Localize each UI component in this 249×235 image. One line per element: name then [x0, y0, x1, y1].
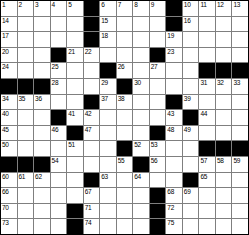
clue-number: 53 [151, 141, 158, 148]
cell-r12c11[interactable] [166, 173, 182, 188]
clue-number: 14 [2, 17, 9, 24]
cell-r1c3[interactable]: 3 [34, 1, 50, 16]
cell-r1c13[interactable]: 11 [199, 1, 215, 16]
clue-number: 4 [52, 1, 55, 8]
cell-r2c9[interactable] [133, 17, 149, 32]
cell-r4c6[interactable]: 22 [84, 48, 100, 63]
cell-r13c15[interactable] [232, 188, 248, 203]
cell-r1c4[interactable]: 4 [51, 1, 67, 16]
black-cell-r9c10 [150, 126, 166, 141]
cell-r14c14[interactable] [216, 204, 232, 219]
black-cell-r5c7 [100, 63, 116, 78]
clue-number: 29 [101, 79, 108, 86]
clue-number: 1 [2, 1, 5, 8]
clue-number: 18 [101, 32, 108, 39]
cell-r6c15[interactable]: 33 [232, 79, 248, 94]
cell-r1c15[interactable]: 13 [232, 1, 248, 16]
cell-r12c7[interactable]: 63 [100, 173, 116, 188]
clue-number: 22 [85, 48, 92, 55]
cell-r8c14[interactable] [216, 110, 232, 125]
cell-r6c6[interactable] [84, 79, 100, 94]
cell-r5c4[interactable]: 25 [51, 63, 67, 78]
cell-r14c1[interactable]: 70 [1, 204, 17, 219]
cell-r8c9[interactable] [133, 110, 149, 125]
cell-r9c6[interactable]: 47 [84, 126, 100, 141]
cell-r15c4[interactable] [51, 219, 67, 234]
clue-number: 45 [2, 126, 9, 133]
clue-number: 72 [167, 204, 174, 211]
clue-number: 58 [217, 157, 224, 164]
black-cell-r3c6 [84, 32, 100, 47]
black-cell-r2c6 [84, 17, 100, 32]
crossword-grid: 1234567891011121314151617181920212223242… [0, 0, 249, 235]
black-cell-r5c14 [216, 63, 232, 78]
cell-r3c4[interactable] [51, 32, 67, 47]
clue-number: 68 [167, 188, 174, 195]
cell-r9c13[interactable] [199, 126, 215, 141]
cell-r11c14[interactable]: 58 [216, 157, 232, 172]
clue-number: 16 [184, 17, 191, 24]
cell-r7c12[interactable]: 39 [183, 95, 199, 110]
cell-r6c14[interactable]: 32 [216, 79, 232, 94]
black-cell-r6c1 [1, 79, 17, 94]
clue-number: 26 [118, 63, 125, 70]
cell-r12c4[interactable] [51, 173, 67, 188]
clue-number: 32 [217, 79, 224, 86]
cell-r3c3[interactable] [34, 32, 50, 47]
clue-number: 69 [184, 188, 191, 195]
cell-r6c9[interactable]: 30 [133, 79, 149, 94]
cell-r14c7[interactable] [100, 204, 116, 219]
cell-r13c1[interactable]: 66 [1, 188, 17, 203]
clue-number: 20 [2, 48, 9, 55]
cell-r3c15[interactable] [232, 32, 248, 47]
cell-r4c3[interactable] [34, 48, 50, 63]
cell-r12c5[interactable] [67, 173, 83, 188]
cell-r1c8[interactable]: 7 [117, 1, 133, 16]
cell-r1c12[interactable]: 10 [183, 1, 199, 16]
cell-r8c8[interactable] [117, 110, 133, 125]
black-cell-r15c5 [67, 219, 83, 234]
cell-r8c15[interactable] [232, 110, 248, 125]
clue-number: 51 [68, 141, 75, 148]
clue-number: 74 [85, 219, 92, 226]
cell-r10c11[interactable] [166, 141, 182, 156]
cell-r13c6[interactable]: 67 [84, 188, 100, 203]
cell-r8c3[interactable] [34, 110, 50, 125]
clue-number: 71 [85, 204, 92, 211]
cell-r15c2[interactable] [18, 219, 34, 234]
cell-r4c7[interactable] [100, 48, 116, 63]
clue-number: 8 [134, 1, 137, 8]
cell-r3c12[interactable] [183, 32, 199, 47]
cell-r2c7[interactable]: 15 [100, 17, 116, 32]
clue-number: 56 [151, 157, 158, 164]
cell-r2c2[interactable] [18, 17, 34, 32]
cell-r3c14[interactable] [216, 32, 232, 47]
cell-r1c2[interactable]: 2 [18, 1, 34, 16]
cell-r4c15[interactable] [232, 48, 248, 63]
black-cell-r8c4 [51, 110, 67, 125]
cell-r7c13[interactable] [199, 95, 215, 110]
black-cell-r7c6 [84, 95, 100, 110]
cell-r14c8[interactable] [117, 204, 133, 219]
cell-r9c12[interactable]: 49 [183, 126, 199, 141]
cell-r5c9[interactable] [133, 63, 149, 78]
cell-r2c3[interactable] [34, 17, 50, 32]
cell-r12c9[interactable]: 64 [133, 173, 149, 188]
clue-number: 43 [167, 110, 174, 117]
cell-r9c3[interactable] [34, 126, 50, 141]
cell-r4c1[interactable]: 20 [1, 48, 17, 63]
clue-number: 46 [52, 126, 59, 133]
black-cell-r13c10 [150, 188, 166, 203]
cell-r15c11[interactable]: 75 [166, 219, 182, 234]
clue-number: 36 [35, 95, 42, 102]
cell-r10c6[interactable] [84, 141, 100, 156]
cell-r1c9[interactable]: 8 [133, 1, 149, 16]
cell-r6c10[interactable] [150, 79, 166, 94]
cell-r11c5[interactable] [67, 157, 83, 172]
clue-number: 64 [134, 173, 141, 180]
cell-r14c4[interactable] [51, 204, 67, 219]
cell-r13c3[interactable] [34, 188, 50, 203]
cell-r2c12[interactable]: 16 [183, 17, 199, 32]
cell-r2c15[interactable] [232, 17, 248, 32]
black-cell-r15c10 [150, 219, 166, 234]
clue-number: 66 [2, 188, 9, 195]
cell-r11c11[interactable] [166, 157, 182, 172]
cell-r6c13[interactable]: 31 [199, 79, 215, 94]
black-cell-r14c10 [150, 204, 166, 219]
cell-r7c5[interactable] [67, 95, 83, 110]
cell-r13c7[interactable] [100, 188, 116, 203]
clue-number: 40 [2, 110, 9, 117]
clue-number: 33 [233, 79, 240, 86]
clue-number: 67 [85, 188, 92, 195]
cell-r9c8[interactable] [117, 126, 133, 141]
clue-number: 50 [2, 141, 9, 148]
cell-r2c10[interactable] [150, 17, 166, 32]
cell-r6c11[interactable] [166, 79, 182, 94]
cell-r15c8[interactable] [117, 219, 133, 234]
cell-r2c1[interactable]: 14 [1, 17, 17, 32]
clue-number: 39 [184, 95, 191, 102]
clue-number: 38 [118, 95, 125, 102]
cell-r10c10[interactable]: 53 [150, 141, 166, 156]
black-cell-r7c11 [166, 95, 182, 110]
black-cell-r10c8 [117, 141, 133, 156]
cell-r10c3[interactable] [34, 141, 50, 156]
clue-number: 62 [35, 173, 42, 180]
cell-r2c4[interactable] [51, 17, 67, 32]
clue-number: 35 [19, 95, 26, 102]
cell-r7c9[interactable] [133, 95, 149, 110]
cell-r15c12[interactable] [183, 219, 199, 234]
cell-r11c15[interactable]: 59 [232, 157, 248, 172]
cell-r1c7[interactable]: 6 [100, 1, 116, 16]
cell-r9c11[interactable]: 48 [166, 126, 182, 141]
clue-number: 2 [19, 1, 22, 8]
clue-number: 41 [68, 110, 75, 117]
black-cell-r4c10 [150, 48, 166, 63]
cell-r15c3[interactable] [34, 219, 50, 234]
cell-r13c14[interactable] [216, 188, 232, 203]
cell-r13c4[interactable] [51, 188, 67, 203]
clue-number: 12 [217, 1, 224, 8]
cell-r2c5[interactable] [67, 17, 83, 32]
cell-r12c15[interactable] [232, 173, 248, 188]
cell-r8c5[interactable]: 41 [67, 110, 83, 125]
cell-r1c14[interactable]: 12 [216, 1, 232, 16]
cell-r10c9[interactable]: 52 [133, 141, 149, 156]
cell-r15c14[interactable] [216, 219, 232, 234]
black-cell-r11c3 [34, 157, 50, 172]
cell-r12c2[interactable]: 61 [18, 173, 34, 188]
cell-r13c11[interactable]: 68 [166, 188, 182, 203]
cell-r7c3[interactable]: 36 [34, 95, 50, 110]
cell-r8c2[interactable] [18, 110, 34, 125]
cell-r10c4[interactable] [51, 141, 67, 156]
clue-number: 6 [101, 1, 104, 8]
cell-r11c8[interactable]: 55 [117, 157, 133, 172]
cell-r1c1[interactable]: 1 [1, 1, 17, 16]
cell-r7c15[interactable] [232, 95, 248, 110]
cell-r8c7[interactable] [100, 110, 116, 125]
cell-r10c1[interactable]: 50 [1, 141, 17, 156]
cell-r15c7[interactable] [100, 219, 116, 234]
clue-number: 47 [85, 126, 92, 133]
cell-r10c5[interactable]: 51 [67, 141, 83, 156]
cell-r3c8[interactable] [117, 32, 133, 47]
black-cell-r5c15 [232, 63, 248, 78]
cell-r3c13[interactable] [199, 32, 215, 47]
black-cell-r11c9 [133, 157, 149, 172]
clue-number: 49 [184, 126, 191, 133]
cell-r11c7[interactable] [100, 157, 116, 172]
cell-r9c9[interactable] [133, 126, 149, 141]
cell-r15c15[interactable] [232, 219, 248, 234]
cell-r12c3[interactable]: 62 [34, 173, 50, 188]
black-cell-r6c2 [18, 79, 34, 94]
clue-number: 42 [85, 110, 92, 117]
black-cell-r6c3 [34, 79, 50, 94]
cell-r13c2[interactable] [18, 188, 34, 203]
clue-number: 24 [2, 63, 9, 70]
black-cell-r11c2 [18, 157, 34, 172]
cell-r11c13[interactable]: 57 [199, 157, 215, 172]
black-cell-r12c12 [183, 173, 199, 188]
clue-number: 63 [101, 173, 108, 180]
cell-r14c3[interactable] [34, 204, 50, 219]
black-cell-r5c13 [199, 63, 215, 78]
clue-number: 9 [151, 1, 154, 8]
cell-r3c11[interactable]: 19 [166, 32, 182, 47]
clue-number: 54 [52, 157, 59, 164]
black-cell-r6c8 [117, 79, 133, 94]
clue-number: 21 [68, 48, 75, 55]
cell-r5c2[interactable] [18, 63, 34, 78]
cell-r8c6[interactable]: 42 [84, 110, 100, 125]
cell-r5c3[interactable] [34, 63, 50, 78]
clue-number: 28 [52, 79, 59, 86]
cell-r9c2[interactable] [18, 126, 34, 141]
cell-r3c10[interactable] [150, 32, 166, 47]
cell-r4c12[interactable] [183, 48, 199, 63]
cell-r5c11[interactable] [166, 63, 182, 78]
clue-number: 25 [52, 63, 59, 70]
cell-r3c7[interactable]: 18 [100, 32, 116, 47]
cell-r11c6[interactable] [84, 157, 100, 172]
clue-number: 61 [19, 173, 26, 180]
clue-number: 37 [101, 95, 108, 102]
clue-number: 17 [2, 32, 9, 39]
cell-r3c5[interactable] [67, 32, 83, 47]
cell-r5c8[interactable]: 26 [117, 63, 133, 78]
cell-r10c7[interactable] [100, 141, 116, 156]
clue-number: 15 [101, 17, 108, 24]
cell-r1c5[interactable]: 5 [67, 1, 83, 16]
cell-r12c1[interactable]: 60 [1, 173, 17, 188]
cell-r5c10[interactable]: 27 [150, 63, 166, 78]
cell-r7c2[interactable]: 35 [18, 95, 34, 110]
cell-r7c8[interactable]: 38 [117, 95, 133, 110]
cell-r4c8[interactable] [117, 48, 133, 63]
cell-r7c10[interactable] [150, 95, 166, 110]
cell-r15c9[interactable] [133, 219, 149, 234]
cell-r14c2[interactable] [18, 204, 34, 219]
clue-number: 31 [200, 79, 207, 86]
clue-number: 34 [2, 95, 9, 102]
cell-r5c6[interactable] [84, 63, 100, 78]
cell-r3c9[interactable] [133, 32, 149, 47]
cell-r8c1[interactable]: 40 [1, 110, 17, 125]
cell-r6c12[interactable] [183, 79, 199, 94]
cell-r4c2[interactable] [18, 48, 34, 63]
cell-r11c10[interactable]: 56 [150, 157, 166, 172]
cell-r15c6[interactable]: 74 [84, 219, 100, 234]
black-cell-r8c12 [183, 110, 199, 125]
black-cell-r9c5 [67, 126, 83, 141]
clue-number: 3 [35, 1, 38, 8]
cell-r5c1[interactable]: 24 [1, 63, 17, 78]
cell-r6c4[interactable]: 28 [51, 79, 67, 94]
cell-r12c14[interactable] [216, 173, 232, 188]
cell-r8c11[interactable]: 43 [166, 110, 182, 125]
cell-r2c14[interactable] [216, 17, 232, 32]
cell-r12c10[interactable] [150, 173, 166, 188]
clue-number: 44 [200, 110, 207, 117]
clue-number: 65 [200, 173, 207, 180]
cell-r14c9[interactable] [133, 204, 149, 219]
black-cell-r4c4 [51, 48, 67, 63]
cell-r5c12[interactable] [183, 63, 199, 78]
cell-r2c8[interactable] [117, 17, 133, 32]
black-cell-r2c11 [166, 17, 182, 32]
cell-r4c11[interactable]: 23 [166, 48, 182, 63]
clue-number: 19 [167, 32, 174, 39]
cell-r15c1[interactable]: 73 [1, 219, 17, 234]
clue-number: 13 [233, 1, 240, 8]
black-cell-r11c1 [1, 157, 17, 172]
cell-r9c15[interactable] [232, 126, 248, 141]
cell-r4c13[interactable] [199, 48, 215, 63]
cell-r13c8[interactable] [117, 188, 133, 203]
clue-number: 48 [167, 126, 174, 133]
black-cell-r14c5 [67, 204, 83, 219]
clue-number: 5 [68, 1, 71, 8]
clue-number: 10 [184, 1, 191, 8]
cell-r13c12[interactable]: 69 [183, 188, 199, 203]
clue-number: 52 [134, 141, 141, 148]
cell-r6c5[interactable] [67, 79, 83, 94]
cell-r8c13[interactable]: 44 [199, 110, 215, 125]
cell-r7c4[interactable] [51, 95, 67, 110]
clue-number: 73 [2, 219, 9, 226]
clue-number: 30 [134, 79, 141, 86]
cell-r7c1[interactable]: 34 [1, 95, 17, 110]
cell-r7c14[interactable] [216, 95, 232, 110]
clue-number: 55 [118, 157, 125, 164]
clue-number: 75 [167, 219, 174, 226]
black-cell-r10c14 [216, 141, 232, 156]
cell-r14c15[interactable] [232, 204, 248, 219]
cell-r11c4[interactable]: 54 [51, 157, 67, 172]
cell-r1c10[interactable]: 9 [150, 1, 166, 16]
clue-number: 57 [200, 157, 207, 164]
cell-r3c1[interactable]: 17 [1, 32, 17, 47]
black-cell-r10c15 [232, 141, 248, 156]
cell-r9c1[interactable]: 45 [1, 126, 17, 141]
black-cell-r10c13 [199, 141, 215, 156]
cell-r7c7[interactable]: 37 [100, 95, 116, 110]
cell-r5c5[interactable] [67, 63, 83, 78]
cell-r13c13[interactable] [199, 188, 215, 203]
cell-r4c9[interactable] [133, 48, 149, 63]
cell-r9c14[interactable] [216, 126, 232, 141]
cell-r12c8[interactable] [117, 173, 133, 188]
cell-r14c6[interactable]: 71 [84, 204, 100, 219]
cell-r8c10[interactable] [150, 110, 166, 125]
clue-number: 60 [2, 173, 9, 180]
cell-r3c2[interactable] [18, 32, 34, 47]
cell-r14c13[interactable] [199, 204, 215, 219]
cell-r12c13[interactable]: 65 [199, 173, 215, 188]
clue-number: 11 [200, 1, 206, 8]
cell-r9c7[interactable] [100, 126, 116, 141]
cell-r11c12[interactable] [183, 157, 199, 172]
clue-number: 7 [118, 1, 121, 8]
cell-r14c12[interactable] [183, 204, 199, 219]
clue-number: 23 [167, 48, 174, 55]
cell-r13c9[interactable] [133, 188, 149, 203]
black-cell-r12c6 [84, 173, 100, 188]
cell-r4c5[interactable]: 21 [67, 48, 83, 63]
cell-r4c14[interactable] [216, 48, 232, 63]
cell-r9c4[interactable]: 46 [51, 126, 67, 141]
black-cell-r1c6 [84, 1, 100, 16]
clue-number: 70 [2, 204, 9, 211]
cell-r2c13[interactable] [199, 17, 215, 32]
cell-r15c13[interactable] [199, 219, 215, 234]
cell-r10c2[interactable] [18, 141, 34, 156]
cell-r10c12[interactable] [183, 141, 199, 156]
clue-number: 59 [233, 157, 240, 164]
cell-r6c7[interactable]: 29 [100, 79, 116, 94]
cell-r13c5[interactable] [67, 188, 83, 203]
clue-number: 27 [151, 63, 158, 70]
cell-r14c11[interactable]: 72 [166, 204, 182, 219]
